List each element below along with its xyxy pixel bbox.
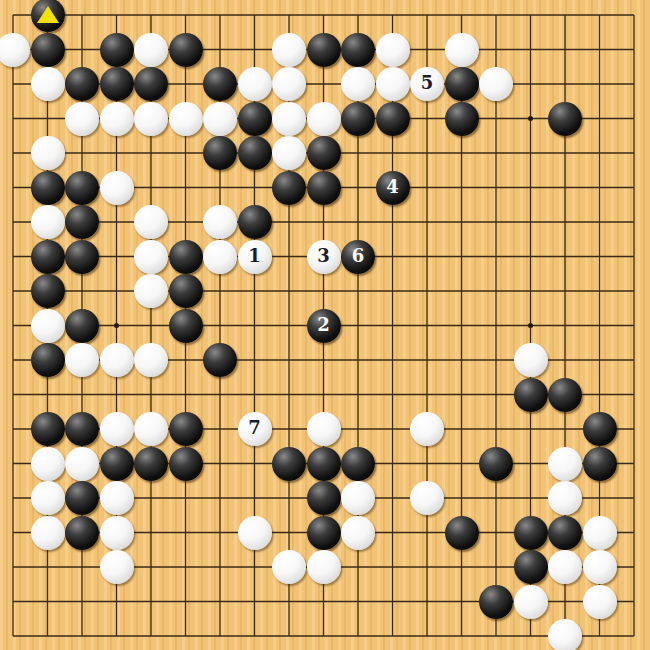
black-stone: 4 [376, 171, 410, 205]
white-stone [203, 240, 237, 274]
move-number-label: 4 [386, 178, 399, 196]
white-stone [583, 516, 617, 550]
white-stone [376, 33, 410, 67]
white-stone [583, 585, 617, 619]
white-stone [410, 412, 444, 446]
move-number-label: 2 [317, 316, 330, 334]
go-board[interactable]: 5413627 [0, 0, 650, 650]
star-point [528, 116, 533, 121]
white-stone [307, 550, 341, 584]
white-stone: 7 [238, 412, 272, 446]
black-stone [272, 171, 306, 205]
white-stone [272, 136, 306, 170]
black-stone [445, 102, 479, 136]
black-stone [65, 240, 99, 274]
white-stone: 5 [410, 67, 444, 101]
move-number-label: 3 [317, 247, 330, 265]
white-stone: 3 [307, 240, 341, 274]
white-stone [134, 412, 168, 446]
white-stone [100, 412, 134, 446]
black-stone [203, 136, 237, 170]
black-stone [134, 67, 168, 101]
black-stone [169, 309, 203, 343]
black-stone [65, 171, 99, 205]
white-stone [341, 67, 375, 101]
white-stone [514, 343, 548, 377]
white-stone [31, 481, 65, 515]
white-stone [272, 33, 306, 67]
black-stone: 2 [307, 309, 341, 343]
white-stone [31, 516, 65, 550]
white-stone [31, 309, 65, 343]
white-stone [134, 33, 168, 67]
move-number-label: 5 [421, 74, 434, 92]
black-stone [514, 550, 548, 584]
white-stone [548, 619, 582, 650]
black-stone [169, 412, 203, 446]
black-stone [203, 67, 237, 101]
white-stone [134, 343, 168, 377]
black-stone [514, 378, 548, 412]
black-stone [307, 171, 341, 205]
white-stone [0, 33, 30, 67]
white-stone [272, 102, 306, 136]
white-stone [100, 481, 134, 515]
black-stone [514, 516, 548, 550]
white-stone [31, 447, 65, 481]
move-number-label: 1 [248, 247, 261, 265]
black-stone [65, 516, 99, 550]
white-stone [548, 550, 582, 584]
white-stone [307, 102, 341, 136]
black-stone [445, 516, 479, 550]
white-stone [100, 550, 134, 584]
black-stone [341, 447, 375, 481]
move-number-label: 7 [248, 419, 261, 437]
black-stone [31, 274, 65, 308]
black-stone [445, 67, 479, 101]
black-stone [65, 309, 99, 343]
white-stone [100, 171, 134, 205]
white-stone [203, 102, 237, 136]
black-stone: 6 [341, 240, 375, 274]
black-stone [169, 33, 203, 67]
star-point [528, 323, 533, 328]
black-stone [238, 102, 272, 136]
black-stone [65, 481, 99, 515]
white-stone [583, 550, 617, 584]
white-stone [307, 412, 341, 446]
white-stone [479, 67, 513, 101]
black-stone [307, 481, 341, 515]
white-stone [65, 447, 99, 481]
black-stone [548, 102, 582, 136]
white-stone [31, 205, 65, 239]
white-stone [514, 585, 548, 619]
white-stone [134, 205, 168, 239]
white-stone [272, 550, 306, 584]
black-stone [31, 33, 65, 67]
black-stone [31, 240, 65, 274]
star-point [114, 323, 119, 328]
white-stone [100, 343, 134, 377]
black-stone [169, 447, 203, 481]
white-stone [134, 240, 168, 274]
black-stone [169, 274, 203, 308]
black-stone [31, 412, 65, 446]
black-stone [65, 67, 99, 101]
black-stone [203, 343, 237, 377]
black-stone [341, 102, 375, 136]
black-stone [341, 33, 375, 67]
white-stone [100, 102, 134, 136]
black-stone [307, 33, 341, 67]
black-stone [376, 102, 410, 136]
white-stone [341, 481, 375, 515]
black-stone [583, 412, 617, 446]
black-stone [100, 33, 134, 67]
white-stone [31, 67, 65, 101]
white-stone [548, 481, 582, 515]
white-stone [548, 447, 582, 481]
white-stone [100, 516, 134, 550]
black-stone [100, 447, 134, 481]
black-stone [479, 585, 513, 619]
black-stone [65, 205, 99, 239]
white-stone [31, 136, 65, 170]
white-stone [376, 67, 410, 101]
black-stone [134, 447, 168, 481]
black-stone [169, 240, 203, 274]
black-stone [548, 378, 582, 412]
white-stone [410, 481, 444, 515]
black-stone [238, 136, 272, 170]
white-stone [65, 102, 99, 136]
white-stone [341, 516, 375, 550]
white-stone [65, 343, 99, 377]
black-stone [238, 205, 272, 239]
black-stone [31, 343, 65, 377]
white-stone [272, 67, 306, 101]
white-stone [203, 205, 237, 239]
black-stone [307, 447, 341, 481]
white-stone [134, 102, 168, 136]
black-stone [31, 171, 65, 205]
white-stone [134, 274, 168, 308]
black-stone [307, 516, 341, 550]
black-stone [307, 136, 341, 170]
move-number-label: 6 [352, 247, 365, 265]
black-stone [100, 67, 134, 101]
black-stone [479, 447, 513, 481]
white-stone [238, 67, 272, 101]
black-stone [583, 447, 617, 481]
white-stone: 1 [238, 240, 272, 274]
white-stone [445, 33, 479, 67]
black-stone [65, 412, 99, 446]
white-stone [238, 516, 272, 550]
black-stone [272, 447, 306, 481]
triangle-marker [37, 6, 59, 23]
white-stone [169, 102, 203, 136]
black-stone [548, 516, 582, 550]
